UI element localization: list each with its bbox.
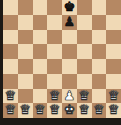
square-h4[interactable]: [106, 59, 121, 74]
square-g1[interactable]: ♛: [92, 103, 107, 118]
square-h2[interactable]: ♛: [106, 89, 121, 104]
square-d2[interactable]: ♛: [47, 89, 62, 104]
square-g4[interactable]: [92, 59, 107, 74]
square-d8[interactable]: [47, 0, 62, 15]
square-a2[interactable]: ♛: [3, 89, 18, 104]
black-king-e8[interactable]: ♚: [64, 0, 76, 15]
chess-board: ♚♟♛♛♟♛♛♛♛♛♛♚♛♛♛: [3, 0, 121, 118]
square-c1[interactable]: ♛: [33, 103, 48, 118]
square-c6[interactable]: [33, 30, 48, 45]
square-g6[interactable]: [92, 30, 107, 45]
square-f8[interactable]: [77, 0, 92, 15]
white-queen-g1[interactable]: ♛: [93, 103, 105, 118]
black-pawn-e7[interactable]: ♟: [64, 15, 76, 30]
square-f6[interactable]: [77, 30, 92, 45]
white-queen-d1[interactable]: ♛: [49, 103, 61, 118]
square-h5[interactable]: [106, 44, 121, 59]
square-g7[interactable]: [92, 15, 107, 30]
white-queen-a2[interactable]: ♛: [5, 89, 17, 104]
square-e1[interactable]: ♚: [62, 103, 77, 118]
square-c7[interactable]: [33, 15, 48, 30]
square-e4[interactable]: [62, 59, 77, 74]
square-g8[interactable]: [92, 0, 107, 15]
square-b2[interactable]: [18, 89, 33, 104]
white-pawn-e2[interactable]: ♟: [64, 89, 76, 104]
white-queen-f1[interactable]: ♛: [78, 103, 90, 118]
square-b8[interactable]: [18, 0, 33, 15]
square-a5[interactable]: [3, 44, 18, 59]
square-d4[interactable]: [47, 59, 62, 74]
square-f2[interactable]: ♛: [77, 89, 92, 104]
square-c5[interactable]: [33, 44, 48, 59]
square-g2[interactable]: [92, 89, 107, 104]
square-a6[interactable]: [3, 30, 18, 45]
square-e8[interactable]: ♚: [62, 0, 77, 15]
square-d5[interactable]: [47, 44, 62, 59]
square-a8[interactable]: [3, 0, 18, 15]
square-c4[interactable]: [33, 59, 48, 74]
white-queen-c1[interactable]: ♛: [34, 103, 46, 118]
square-e5[interactable]: [62, 44, 77, 59]
square-b7[interactable]: [18, 15, 33, 30]
square-a7[interactable]: [3, 15, 18, 30]
square-c3[interactable]: [33, 74, 48, 89]
square-f1[interactable]: ♛: [77, 103, 92, 118]
white-queen-a1[interactable]: ♛: [5, 103, 17, 118]
white-queen-f2[interactable]: ♛: [78, 89, 90, 104]
square-b1[interactable]: ♛: [18, 103, 33, 118]
square-e3[interactable]: [62, 74, 77, 89]
square-a1[interactable]: ♛: [3, 103, 18, 118]
square-h6[interactable]: [106, 30, 121, 45]
white-queen-b1[interactable]: ♛: [19, 103, 31, 118]
square-a4[interactable]: [3, 59, 18, 74]
white-queen-h2[interactable]: ♛: [108, 89, 120, 104]
square-h3[interactable]: [106, 74, 121, 89]
square-e7[interactable]: ♟: [62, 15, 77, 30]
square-b5[interactable]: [18, 44, 33, 59]
square-c8[interactable]: [33, 0, 48, 15]
square-e6[interactable]: [62, 30, 77, 45]
square-d1[interactable]: ♛: [47, 103, 62, 118]
square-f3[interactable]: [77, 74, 92, 89]
white-queen-d2[interactable]: ♛: [49, 89, 61, 104]
square-b3[interactable]: [18, 74, 33, 89]
square-b4[interactable]: [18, 59, 33, 74]
square-e2[interactable]: ♟: [62, 89, 77, 104]
page-background: ♚♟♛♛♟♛♛♛♛♛♛♚♛♛♛: [0, 0, 121, 125]
square-f5[interactable]: [77, 44, 92, 59]
square-d7[interactable]: [47, 15, 62, 30]
square-g5[interactable]: [92, 44, 107, 59]
square-h1[interactable]: ♛: [106, 103, 121, 118]
square-h7[interactable]: [106, 15, 121, 30]
square-d6[interactable]: [47, 30, 62, 45]
square-g3[interactable]: [92, 74, 107, 89]
square-a3[interactable]: [3, 74, 18, 89]
square-b6[interactable]: [18, 30, 33, 45]
square-f4[interactable]: [77, 59, 92, 74]
square-d3[interactable]: [47, 74, 62, 89]
square-h8[interactable]: [106, 0, 121, 15]
white-queen-h1[interactable]: ♛: [108, 103, 120, 118]
white-king-e1[interactable]: ♚: [64, 103, 76, 118]
square-c2[interactable]: [33, 89, 48, 104]
square-f7[interactable]: [77, 15, 92, 30]
